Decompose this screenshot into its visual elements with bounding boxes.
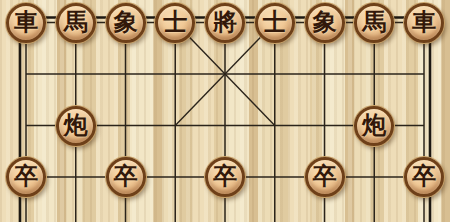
xiangqi-board: 車馬象士將士象馬車炮炮卒卒卒卒卒: [0, 0, 450, 222]
piece-black-soldier-c[interactable]: 卒: [106, 157, 146, 197]
piece-glyph-馬: 馬: [362, 10, 386, 34]
piece-layer: 車馬象士將士象馬車炮炮卒卒卒卒卒: [1, 0, 449, 203]
piece-black-elephant-g[interactable]: 象: [305, 3, 345, 43]
piece-glyph-卒: 卒: [14, 164, 38, 188]
piece-glyph-炮: 炮: [64, 113, 88, 137]
piece-glyph-象: 象: [114, 10, 138, 34]
piece-black-chariot-a[interactable]: 車: [6, 3, 46, 43]
piece-glyph-車: 車: [412, 10, 436, 34]
piece-black-soldier-e[interactable]: 卒: [205, 157, 245, 197]
piece-glyph-炮: 炮: [362, 113, 386, 137]
piece-glyph-象: 象: [313, 10, 337, 34]
piece-black-soldier-g[interactable]: 卒: [305, 157, 345, 197]
piece-glyph-車: 車: [14, 10, 38, 34]
piece-glyph-士: 士: [263, 10, 287, 34]
piece-black-advisor-d[interactable]: 士: [155, 3, 195, 43]
piece-glyph-卒: 卒: [313, 164, 337, 188]
piece-black-cannon-h[interactable]: 炮: [354, 106, 394, 146]
piece-black-horse-h[interactable]: 馬: [354, 3, 394, 43]
piece-black-cannon-b[interactable]: 炮: [56, 106, 96, 146]
piece-glyph-卒: 卒: [213, 164, 237, 188]
piece-glyph-馬: 馬: [64, 10, 88, 34]
piece-black-horse-b[interactable]: 馬: [56, 3, 96, 43]
piece-glyph-卒: 卒: [412, 164, 436, 188]
piece-glyph-卒: 卒: [114, 164, 138, 188]
piece-black-advisor-f[interactable]: 士: [255, 3, 295, 43]
piece-black-chariot-i[interactable]: 車: [404, 3, 444, 43]
piece-black-soldier-i[interactable]: 卒: [404, 157, 444, 197]
piece-black-soldier-a[interactable]: 卒: [6, 157, 46, 197]
piece-glyph-將: 將: [213, 10, 237, 34]
piece-black-elephant-c[interactable]: 象: [106, 3, 146, 43]
piece-glyph-士: 士: [163, 10, 187, 34]
piece-black-general-e[interactable]: 將: [205, 3, 245, 43]
